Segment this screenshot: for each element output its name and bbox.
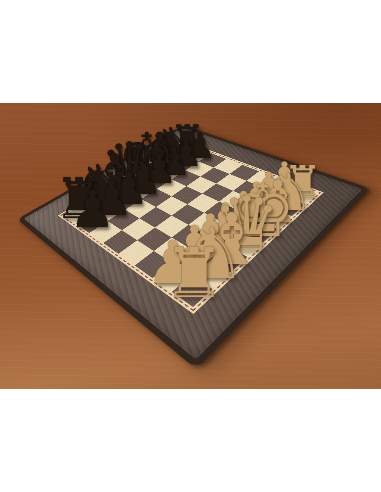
page-background: { "game": "chess", "scene": "overhead-an… <box>0 0 381 492</box>
chess-board <box>17 125 370 369</box>
chess-photo: ♜♞♝♛♚♝♞♜♟♟♟♟♟♟♟♟♟♟♟♟♟♟♟♟♜♞♝♛♚♝♞♜ <box>0 103 381 389</box>
